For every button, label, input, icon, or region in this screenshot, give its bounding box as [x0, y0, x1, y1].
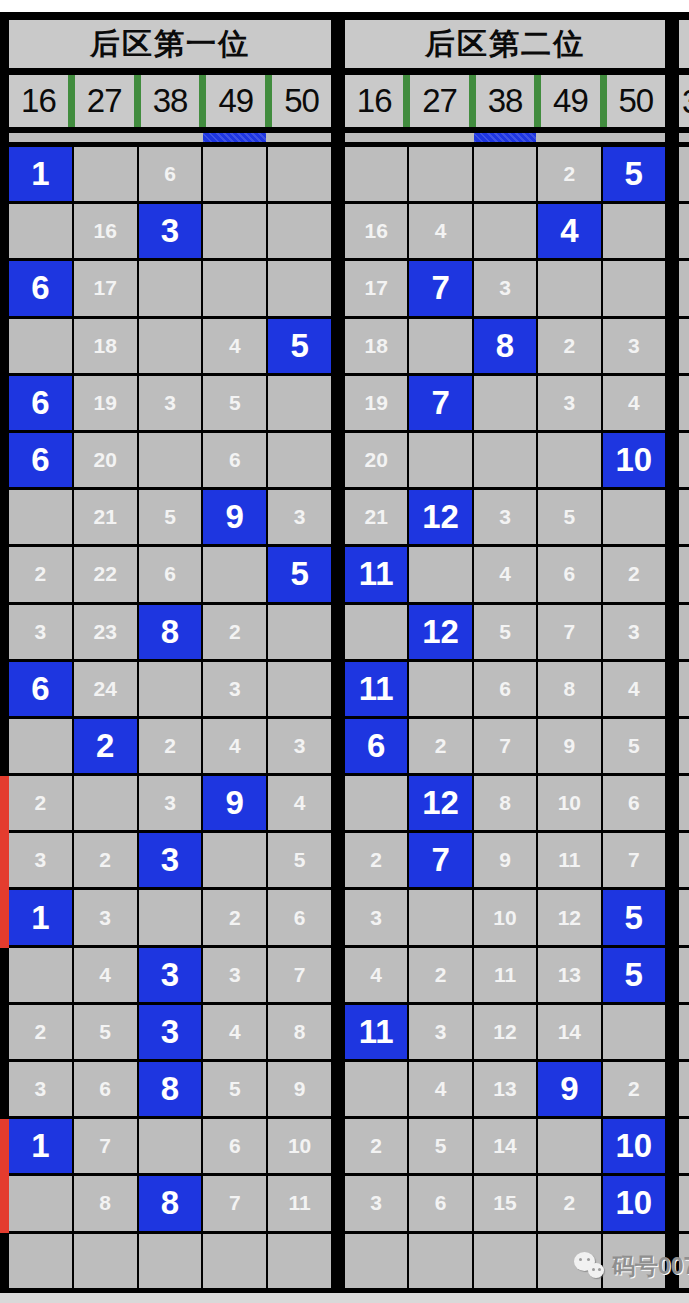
section1-title: 后区第一位	[9, 20, 331, 68]
cell-s1-r20-c1	[9, 1234, 72, 1288]
cell-s2-r9-c1	[345, 605, 407, 659]
right-sliver-header: 3	[679, 75, 689, 127]
cell-s1-r6-c5	[268, 433, 331, 487]
column-header-16: 16	[345, 75, 403, 127]
cell-s2-r17-c1	[345, 1062, 407, 1116]
cell-s1-r11-c4: 4	[203, 719, 266, 773]
cell-s2-r18-c4	[538, 1119, 600, 1173]
cell-s1-r14-c4: 2	[203, 890, 266, 944]
cell-s1-r20-c3	[139, 1234, 202, 1288]
cell-s1-r5-c4: 5	[203, 376, 266, 430]
cell-s2-r20-c2	[409, 1234, 471, 1288]
cell-s2-r19-c2: 6	[409, 1176, 471, 1230]
cell-s1-r10-c3	[139, 662, 202, 716]
cell-s2-r3-c4	[538, 261, 600, 315]
cell-s2-r1-c5: 5	[603, 147, 665, 201]
cell-s2-r2-c2: 4	[409, 204, 471, 258]
cell-s2-r1-c4: 2	[538, 147, 600, 201]
cell-s2-r14-c3: 10	[474, 890, 536, 944]
sliver-cell-r7	[679, 490, 689, 544]
cell-s1-r12-c4: 9	[203, 776, 266, 830]
cell-s1-r9-c4: 2	[203, 605, 266, 659]
cell-s2-r12-c3: 8	[474, 776, 536, 830]
cell-s2-r20-c1	[345, 1234, 407, 1288]
cell-s2-r2-c4: 4	[538, 204, 600, 258]
cell-s2-r2-c1: 16	[345, 204, 407, 258]
cell-s1-r8-c1: 2	[9, 547, 72, 601]
cell-s1-r7-c2: 21	[74, 490, 137, 544]
cell-s1-r13-c3: 3	[139, 833, 202, 887]
cell-s1-r16-c5: 8	[268, 1005, 331, 1059]
cell-s1-r13-c1: 3	[9, 833, 72, 887]
cell-s2-r16-c1: 11	[345, 1005, 407, 1059]
chart-table: 后区第一位 后区第二位 1627384950 1627384950 3 1616…	[0, 12, 689, 1293]
sliver-cell-r2	[679, 204, 689, 258]
sliver-cell-r5	[679, 376, 689, 430]
cell-s1-r7-c4: 9	[203, 490, 266, 544]
cell-s2-r19-c3: 15	[474, 1176, 536, 1230]
cell-s2-r15-c5: 5	[603, 948, 665, 1002]
section1-header: 1627384950	[9, 75, 331, 127]
sliver-cell-r15	[679, 948, 689, 1002]
partial-highlight-s2	[474, 133, 536, 142]
cell-s1-r7-c5: 3	[268, 490, 331, 544]
cell-s1-r16-c3: 3	[139, 1005, 202, 1059]
cell-s2-r13-c4: 11	[538, 833, 600, 887]
cell-s1-r5-c5	[268, 376, 331, 430]
cell-s2-r15-c1: 4	[345, 948, 407, 1002]
cell-s2-r17-c4: 9	[538, 1062, 600, 1116]
cell-s2-r5-c2: 7	[409, 376, 471, 430]
cell-s2-r8-c1: 11	[345, 547, 407, 601]
cell-s2-r6-c4	[538, 433, 600, 487]
cell-s1-r12-c5: 4	[268, 776, 331, 830]
cell-s1-r5-c2: 19	[74, 376, 137, 430]
cell-s1-r17-c1: 3	[9, 1062, 72, 1116]
cell-s1-r8-c3: 6	[139, 547, 202, 601]
cell-s2-r14-c2	[409, 890, 471, 944]
cell-s2-r16-c3: 12	[474, 1005, 536, 1059]
cell-s2-r13-c5: 7	[603, 833, 665, 887]
cell-s2-r14-c4: 12	[538, 890, 600, 944]
cell-s1-r18-c1: 1	[9, 1119, 72, 1173]
cell-s1-r9-c1: 3	[9, 605, 72, 659]
cell-s1-r2-c3: 3	[139, 204, 202, 258]
sliver-cell-r17	[679, 1062, 689, 1116]
cell-s2-r9-c4: 7	[538, 605, 600, 659]
cell-s1-r6-c2: 20	[74, 433, 137, 487]
cell-s1-r17-c4: 5	[203, 1062, 266, 1116]
cell-s1-r15-c2: 4	[74, 948, 137, 1002]
cell-s1-r1-c4	[203, 147, 266, 201]
sliver-cell-r6	[679, 433, 689, 487]
sliver-cell-r8	[679, 547, 689, 601]
partial-highlight-s1	[203, 133, 266, 142]
cell-s2-r6-c1: 20	[345, 433, 407, 487]
cell-s2-r16-c5	[603, 1005, 665, 1059]
cell-s1-r1-c5	[268, 147, 331, 201]
sliver-cell-r19	[679, 1176, 689, 1230]
cell-s2-r6-c3	[474, 433, 536, 487]
cell-s1-r18-c2: 7	[74, 1119, 137, 1173]
cell-s2-r11-c1: 6	[345, 719, 407, 773]
column-header-50: 50	[607, 75, 665, 127]
sliver-cell-r3	[679, 261, 689, 315]
cell-s1-r9-c5	[268, 605, 331, 659]
cell-s2-r20-c3	[474, 1234, 536, 1288]
cell-s2-r8-c2	[409, 547, 471, 601]
cell-s1-r2-c1	[9, 204, 72, 258]
watermark: 码号007	[574, 1251, 689, 1282]
cell-s1-r11-c2: 2	[74, 719, 137, 773]
wechat-bubble-small	[588, 1263, 604, 1278]
cell-s2-r19-c1: 3	[345, 1176, 407, 1230]
cell-s2-r14-c5: 5	[603, 890, 665, 944]
cell-s1-r10-c2: 24	[74, 662, 137, 716]
cell-s2-r6-c2	[409, 433, 471, 487]
cell-s2-r17-c3: 13	[474, 1062, 536, 1116]
cell-s2-r11-c5: 5	[603, 719, 665, 773]
red-marker-rows-12-14	[0, 776, 9, 948]
section1-partial-top-row	[9, 133, 331, 142]
sliver-cell-r9	[679, 605, 689, 659]
cell-s1-r6-c3	[139, 433, 202, 487]
cell-s2-r8-c4: 6	[538, 547, 600, 601]
cell-s2-r12-c5: 6	[603, 776, 665, 830]
cell-s1-r4-c2: 18	[74, 319, 137, 373]
cell-s2-r4-c3: 8	[474, 319, 536, 373]
cell-s2-r10-c2	[409, 662, 471, 716]
cell-s1-r8-c2: 22	[74, 547, 137, 601]
cell-s1-r17-c5: 9	[268, 1062, 331, 1116]
cell-s1-r12-c2	[74, 776, 137, 830]
column-header-27: 27	[410, 75, 468, 127]
cell-s1-r5-c3: 3	[139, 376, 202, 430]
sliver-cell-r4	[679, 319, 689, 373]
cell-s1-r20-c5	[268, 1234, 331, 1288]
cell-s2-r12-c4: 10	[538, 776, 600, 830]
cell-s2-r4-c4: 2	[538, 319, 600, 373]
right-sliver-grid	[679, 147, 689, 1288]
right-sliver-title	[679, 20, 689, 68]
section1-grid: 1616361718456193562062159322265323826243…	[9, 147, 331, 1288]
cell-s2-r8-c3: 4	[474, 547, 536, 601]
cell-s2-r10-c3: 6	[474, 662, 536, 716]
cell-s1-r6-c4: 6	[203, 433, 266, 487]
cell-s2-r9-c3: 5	[474, 605, 536, 659]
cell-s2-r15-c3: 11	[474, 948, 536, 1002]
cell-s1-r15-c1	[9, 948, 72, 1002]
cell-s1-r15-c4: 3	[203, 948, 266, 1002]
cell-s1-r3-c3	[139, 261, 202, 315]
cell-s1-r14-c5: 6	[268, 890, 331, 944]
cell-s1-r16-c4: 4	[203, 1005, 266, 1059]
sliver-cell-r16	[679, 1005, 689, 1059]
cell-s2-r18-c3: 14	[474, 1119, 536, 1173]
sliver-cell-r14	[679, 890, 689, 944]
cell-s2-r19-c5: 10	[603, 1176, 665, 1230]
cell-s2-r11-c3: 7	[474, 719, 536, 773]
column-header-50: 50	[272, 75, 331, 127]
cell-s2-r5-c4: 3	[538, 376, 600, 430]
cell-s2-r7-c1: 21	[345, 490, 407, 544]
cell-s1-r14-c1: 1	[9, 890, 72, 944]
cell-s1-r19-c4: 7	[203, 1176, 266, 1230]
cell-s2-r16-c2: 3	[409, 1005, 471, 1059]
cell-s1-r3-c5	[268, 261, 331, 315]
cell-s1-r4-c4: 4	[203, 319, 266, 373]
sliver-cell-r12	[679, 776, 689, 830]
cell-s1-r14-c3	[139, 890, 202, 944]
cell-s2-r10-c5: 4	[603, 662, 665, 716]
cell-s1-r4-c1	[9, 319, 72, 373]
cell-s1-r4-c3	[139, 319, 202, 373]
cell-s2-r14-c1: 3	[345, 890, 407, 944]
cell-s2-r4-c1: 18	[345, 319, 407, 373]
cell-s1-r15-c5: 7	[268, 948, 331, 1002]
red-marker-rows-18-19	[0, 1119, 9, 1233]
cell-s1-r3-c2: 17	[74, 261, 137, 315]
sliver-cell-r1	[679, 147, 689, 201]
cell-s1-r12-c1: 2	[9, 776, 72, 830]
cell-s2-r1-c1	[345, 147, 407, 201]
cell-s2-r7-c5	[603, 490, 665, 544]
cell-s1-r8-c4	[203, 547, 266, 601]
column-header-16: 16	[9, 75, 68, 127]
cell-s2-r10-c1: 11	[345, 662, 407, 716]
cell-s2-r7-c2: 12	[409, 490, 471, 544]
sliver-cell-r10	[679, 662, 689, 716]
cell-s2-r1-c2	[409, 147, 471, 201]
cell-s2-r12-c2: 12	[409, 776, 471, 830]
cell-s1-r19-c1	[9, 1176, 72, 1230]
sliver-cell-r11	[679, 719, 689, 773]
cell-s2-r3-c3: 3	[474, 261, 536, 315]
cell-s1-r7-c1	[9, 490, 72, 544]
cell-s2-r4-c5: 3	[603, 319, 665, 373]
cell-s2-r8-c5: 2	[603, 547, 665, 601]
section2-partial-top-row	[345, 133, 665, 142]
cell-s2-r11-c2: 2	[409, 719, 471, 773]
cell-s1-r10-c5	[268, 662, 331, 716]
cell-s1-r11-c1	[9, 719, 72, 773]
cell-s2-r17-c2: 4	[409, 1062, 471, 1116]
cell-s2-r18-c5: 10	[603, 1119, 665, 1173]
cell-s1-r11-c5: 3	[268, 719, 331, 773]
section2-header: 1627384950	[345, 75, 665, 127]
cell-s1-r1-c2	[74, 147, 137, 201]
cell-s2-r12-c1	[345, 776, 407, 830]
cell-s2-r13-c1: 2	[345, 833, 407, 887]
section2-grid: 2516441773188231973420102112351146212573…	[345, 147, 665, 1288]
cell-s1-r15-c3: 3	[139, 948, 202, 1002]
column-header-38: 38	[141, 75, 200, 127]
cell-s2-r2-c5	[603, 204, 665, 258]
cell-s1-r12-c3: 3	[139, 776, 202, 830]
cell-s1-r9-c2: 23	[74, 605, 137, 659]
cell-s2-r13-c3: 9	[474, 833, 536, 887]
watermark-text: 码号007	[612, 1251, 689, 1282]
cell-s2-r4-c2	[409, 319, 471, 373]
cell-s2-r3-c2: 7	[409, 261, 471, 315]
cell-s2-r3-c1: 17	[345, 261, 407, 315]
cell-s1-r2-c4	[203, 204, 266, 258]
cell-s2-r15-c2: 2	[409, 948, 471, 1002]
wechat-icon	[574, 1251, 607, 1282]
cell-s1-r18-c3	[139, 1119, 202, 1173]
cell-s2-r19-c4: 2	[538, 1176, 600, 1230]
cell-s2-r5-c3	[474, 376, 536, 430]
cell-s1-r14-c2: 3	[74, 890, 137, 944]
cell-s1-r10-c4: 3	[203, 662, 266, 716]
right-sliver-partial	[679, 133, 689, 142]
cell-s1-r13-c2: 2	[74, 833, 137, 887]
sliver-cell-r18	[679, 1119, 689, 1173]
cell-s2-r1-c3	[474, 147, 536, 201]
lottery-trend-chart: 后区第一位 后区第二位 1627384950 1627384950 3 1616…	[0, 0, 689, 1303]
cell-s2-r3-c5	[603, 261, 665, 315]
cell-s2-r2-c3	[474, 204, 536, 258]
cell-s1-r16-c2: 5	[74, 1005, 137, 1059]
cell-s1-r16-c1: 2	[9, 1005, 72, 1059]
cell-s1-r9-c3: 8	[139, 605, 202, 659]
cell-s2-r18-c2: 5	[409, 1119, 471, 1173]
cell-s2-r7-c3: 3	[474, 490, 536, 544]
cell-s1-r2-c5	[268, 204, 331, 258]
cell-s2-r6-c5: 10	[603, 433, 665, 487]
sliver-cell-r13	[679, 833, 689, 887]
cell-s2-r9-c5: 3	[603, 605, 665, 659]
cell-s1-r2-c2: 16	[74, 204, 137, 258]
section2-title: 后区第二位	[345, 20, 665, 68]
cell-s2-r7-c4: 5	[538, 490, 600, 544]
cell-s1-r20-c4	[203, 1234, 266, 1288]
cell-s1-r19-c3: 8	[139, 1176, 202, 1230]
cell-s2-r10-c4: 8	[538, 662, 600, 716]
cell-s2-r5-c1: 19	[345, 376, 407, 430]
bottom-cutoff-strip	[0, 1293, 689, 1303]
cell-s1-r19-c5: 11	[268, 1176, 331, 1230]
cell-s1-r11-c3: 2	[139, 719, 202, 773]
cell-s1-r4-c5: 5	[268, 319, 331, 373]
column-header-49: 49	[206, 75, 265, 127]
cell-s1-r20-c2	[74, 1234, 137, 1288]
cell-s1-r3-c1: 6	[9, 261, 72, 315]
column-header-38: 38	[476, 75, 534, 127]
cell-s1-r3-c4	[203, 261, 266, 315]
cell-s1-r18-c5: 10	[268, 1119, 331, 1173]
cell-s2-r5-c5: 4	[603, 376, 665, 430]
cell-s1-r19-c2: 8	[74, 1176, 137, 1230]
cell-s1-r17-c2: 6	[74, 1062, 137, 1116]
cell-s1-r18-c4: 6	[203, 1119, 266, 1173]
cell-s1-r5-c1: 6	[9, 376, 72, 430]
cell-s2-r15-c4: 13	[538, 948, 600, 1002]
cell-s2-r16-c4: 14	[538, 1005, 600, 1059]
cell-s1-r10-c1: 6	[9, 662, 72, 716]
cell-s2-r11-c4: 9	[538, 719, 600, 773]
cell-s1-r17-c3: 8	[139, 1062, 202, 1116]
cell-s1-r1-c3: 6	[139, 147, 202, 201]
cell-s2-r13-c2: 7	[409, 833, 471, 887]
cell-s1-r7-c3: 5	[139, 490, 202, 544]
column-header-27: 27	[75, 75, 134, 127]
column-header-49: 49	[541, 75, 599, 127]
sliver-header-fragment: 3	[682, 83, 689, 121]
cell-s2-r17-c5: 2	[603, 1062, 665, 1116]
cell-s1-r1-c1: 1	[9, 147, 72, 201]
cell-s1-r13-c4	[203, 833, 266, 887]
cell-s1-r13-c5: 5	[268, 833, 331, 887]
cell-s1-r8-c5: 5	[268, 547, 331, 601]
cell-s1-r6-c1: 6	[9, 433, 72, 487]
cell-s2-r9-c2: 12	[409, 605, 471, 659]
cell-s2-r18-c1: 2	[345, 1119, 407, 1173]
